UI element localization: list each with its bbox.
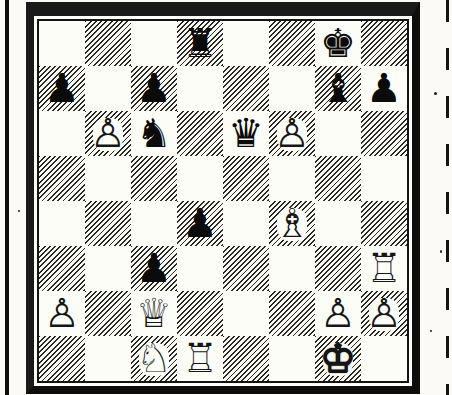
piece-white-pawn-g2: ♙ bbox=[315, 291, 361, 336]
piece-black-knight-c6: ♞ bbox=[131, 111, 177, 156]
square-f5 bbox=[269, 156, 315, 201]
square-e4 bbox=[223, 201, 269, 246]
square-a6 bbox=[39, 111, 85, 156]
piece-white-pawn-b6: ♙ bbox=[85, 111, 131, 156]
piece-white-pawn-a2: ♙ bbox=[39, 291, 85, 336]
square-g3 bbox=[315, 246, 361, 291]
square-f2 bbox=[269, 291, 315, 336]
square-f4: ♗ bbox=[269, 201, 315, 246]
square-e3 bbox=[223, 246, 269, 291]
piece-white-bishop-f4: ♗ bbox=[269, 201, 315, 246]
square-d6 bbox=[177, 111, 223, 156]
piece-white-pawn-f6: ♙ bbox=[269, 111, 315, 156]
piece-black-pawn-d4: ♟ bbox=[177, 201, 223, 246]
square-g7: ♝ bbox=[315, 66, 361, 111]
square-b2 bbox=[85, 291, 131, 336]
square-f1 bbox=[269, 336, 315, 381]
piece-black-queen-e6: ♛ bbox=[223, 111, 269, 156]
piece-white-pawn-h2: ♙ bbox=[361, 291, 407, 336]
square-g5 bbox=[315, 156, 361, 201]
square-c4 bbox=[131, 201, 177, 246]
square-h3: ♖ bbox=[361, 246, 407, 291]
square-b8 bbox=[85, 21, 131, 66]
square-b3 bbox=[85, 246, 131, 291]
square-e1 bbox=[223, 336, 269, 381]
square-c1: ♘ bbox=[131, 336, 177, 381]
square-b5 bbox=[85, 156, 131, 201]
piece-black-king-g8: ♚ bbox=[315, 21, 361, 66]
chess-board: ♜♚♟♟♝♟♙♞♛♙♟♗♟♖♙♕♙♙♘♖♔ bbox=[39, 21, 407, 381]
piece-black-pawn-c7: ♟ bbox=[131, 66, 177, 111]
square-h1 bbox=[361, 336, 407, 381]
square-e7 bbox=[223, 66, 269, 111]
square-f8 bbox=[269, 21, 315, 66]
square-h4 bbox=[361, 201, 407, 246]
square-a2: ♙ bbox=[39, 291, 85, 336]
ink-speck bbox=[18, 210, 20, 212]
piece-white-queen-c2: ♕ bbox=[131, 291, 177, 336]
square-d7 bbox=[177, 66, 223, 111]
square-b6: ♙ bbox=[85, 111, 131, 156]
square-c6: ♞ bbox=[131, 111, 177, 156]
square-d5 bbox=[177, 156, 223, 201]
board-frame: ♜♚♟♟♝♟♙♞♛♙♟♗♟♖♙♕♙♙♘♖♔ bbox=[26, 2, 420, 394]
square-h6 bbox=[361, 111, 407, 156]
square-a1 bbox=[39, 336, 85, 381]
square-b1 bbox=[85, 336, 131, 381]
piece-white-rook-h3: ♖ bbox=[361, 246, 407, 291]
square-c2: ♕ bbox=[131, 291, 177, 336]
square-c3: ♟ bbox=[131, 246, 177, 291]
square-d8: ♜ bbox=[177, 21, 223, 66]
square-b7 bbox=[85, 66, 131, 111]
square-h2: ♙ bbox=[361, 291, 407, 336]
square-e2 bbox=[223, 291, 269, 336]
piece-white-knight-c1: ♘ bbox=[131, 336, 177, 381]
ink-speck bbox=[440, 250, 442, 253]
square-h8 bbox=[361, 21, 407, 66]
piece-black-pawn-a7: ♟ bbox=[39, 66, 85, 111]
square-e8 bbox=[223, 21, 269, 66]
piece-black-pawn-h7: ♟ bbox=[361, 66, 407, 111]
board-inner-border: ♜♚♟♟♝♟♙♞♛♙♟♗♟♖♙♕♙♙♘♖♔ bbox=[37, 19, 409, 383]
square-e6: ♛ bbox=[223, 111, 269, 156]
square-c7: ♟ bbox=[131, 66, 177, 111]
square-g8: ♚ bbox=[315, 21, 361, 66]
right-column-rule bbox=[446, 0, 449, 395]
square-e5 bbox=[223, 156, 269, 201]
square-h7: ♟ bbox=[361, 66, 407, 111]
square-a5 bbox=[39, 156, 85, 201]
piece-black-rook-d8: ♜ bbox=[177, 21, 223, 66]
square-d1: ♖ bbox=[177, 336, 223, 381]
piece-white-king-g1: ♔ bbox=[315, 336, 361, 381]
square-g1: ♔ bbox=[315, 336, 361, 381]
square-a8 bbox=[39, 21, 85, 66]
square-g4 bbox=[315, 201, 361, 246]
piece-white-rook-d1: ♖ bbox=[177, 336, 223, 381]
square-a3 bbox=[39, 246, 85, 291]
square-c5 bbox=[131, 156, 177, 201]
square-f6: ♙ bbox=[269, 111, 315, 156]
ink-speck bbox=[430, 330, 432, 332]
ink-speck bbox=[434, 92, 437, 95]
square-g6 bbox=[315, 111, 361, 156]
square-a4 bbox=[39, 201, 85, 246]
newspaper-clipping: ♜♚♟♟♝♟♙♞♛♙♟♗♟♖♙♕♙♙♘♖♔ bbox=[0, 0, 452, 395]
left-column-rule bbox=[5, 0, 9, 395]
square-f3 bbox=[269, 246, 315, 291]
piece-black-bishop-g7: ♝ bbox=[315, 66, 361, 111]
square-g2: ♙ bbox=[315, 291, 361, 336]
square-b4 bbox=[85, 201, 131, 246]
square-a7: ♟ bbox=[39, 66, 85, 111]
piece-black-pawn-c3: ♟ bbox=[131, 246, 177, 291]
square-d2 bbox=[177, 291, 223, 336]
square-d3 bbox=[177, 246, 223, 291]
square-f7 bbox=[269, 66, 315, 111]
square-c8 bbox=[131, 21, 177, 66]
square-d4: ♟ bbox=[177, 201, 223, 246]
square-h5 bbox=[361, 156, 407, 201]
